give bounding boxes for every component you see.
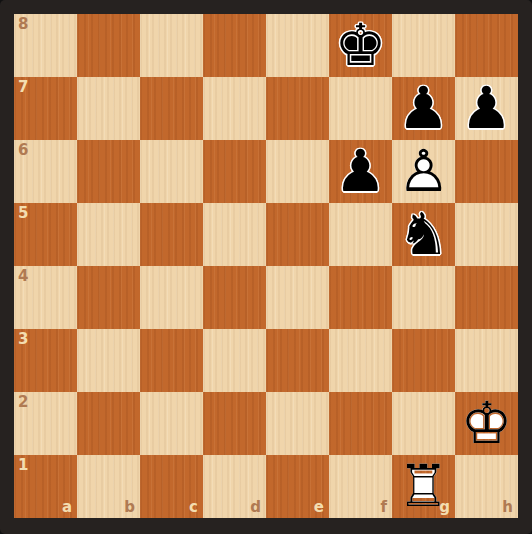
chess-board-screenshot: 8♚7♟♟6♟♟♙5♞432♚♔1abcdefg♜♖h [0,0,532,534]
square-e5[interactable] [266,203,329,266]
white-pawn-glyph: ♙ [392,140,455,203]
square-h6[interactable] [455,140,518,203]
black-pawn-glyph: ♟ [392,77,455,140]
black-pawn[interactable]: ♟ [392,77,455,140]
square-d8[interactable] [203,14,266,77]
black-pawn-glyph: ♟ [455,77,518,140]
square-c7[interactable] [140,77,203,140]
square-g1[interactable]: g♜♖ [392,455,455,518]
square-a5[interactable]: 5 [14,203,77,266]
square-b3[interactable] [77,329,140,392]
square-b6[interactable] [77,140,140,203]
square-c3[interactable] [140,329,203,392]
square-g7[interactable]: ♟ [392,77,455,140]
square-g4[interactable] [392,266,455,329]
square-a8[interactable]: 8 [14,14,77,77]
square-e4[interactable] [266,266,329,329]
square-d7[interactable] [203,77,266,140]
black-pawn[interactable]: ♟ [329,140,392,203]
square-d6[interactable] [203,140,266,203]
square-d2[interactable] [203,392,266,455]
white-pawn[interactable]: ♟♙ [392,140,455,203]
square-f8[interactable]: ♚ [329,14,392,77]
square-d4[interactable] [203,266,266,329]
square-b1[interactable]: b [77,455,140,518]
white-rook-glyph: ♖ [392,455,455,518]
square-f5[interactable] [329,203,392,266]
square-c2[interactable] [140,392,203,455]
square-f6[interactable]: ♟ [329,140,392,203]
white-rook[interactable]: ♜♖ [392,455,455,518]
square-a2[interactable]: 2 [14,392,77,455]
square-c1[interactable]: c [140,455,203,518]
square-e6[interactable] [266,140,329,203]
square-f3[interactable] [329,329,392,392]
square-b4[interactable] [77,266,140,329]
square-a4[interactable]: 4 [14,266,77,329]
black-pawn[interactable]: ♟ [455,77,518,140]
rank-label-3: 3 [18,332,28,347]
square-h8[interactable] [455,14,518,77]
square-g8[interactable] [392,14,455,77]
square-b2[interactable] [77,392,140,455]
black-knight[interactable]: ♞ [392,203,455,266]
rank-label-7: 7 [18,80,28,95]
square-h2[interactable]: ♚♔ [455,392,518,455]
black-knight-glyph: ♞ [392,203,455,266]
square-d3[interactable] [203,329,266,392]
square-f4[interactable] [329,266,392,329]
square-b8[interactable] [77,14,140,77]
board-frame: 8♚7♟♟6♟♟♙5♞432♚♔1abcdefg♜♖h [0,0,532,534]
square-f1[interactable]: f [329,455,392,518]
square-d1[interactable]: d [203,455,266,518]
rank-label-2: 2 [18,395,28,410]
square-h4[interactable] [455,266,518,329]
rank-label-6: 6 [18,143,28,158]
square-a3[interactable]: 3 [14,329,77,392]
square-e2[interactable] [266,392,329,455]
square-h7[interactable]: ♟ [455,77,518,140]
square-d5[interactable] [203,203,266,266]
square-h3[interactable] [455,329,518,392]
file-label-a: a [62,500,72,515]
square-c6[interactable] [140,140,203,203]
square-f2[interactable] [329,392,392,455]
square-e8[interactable] [266,14,329,77]
square-a6[interactable]: 6 [14,140,77,203]
black-king-glyph: ♚ [329,14,392,77]
square-c5[interactable] [140,203,203,266]
square-g6[interactable]: ♟♙ [392,140,455,203]
square-a7[interactable]: 7 [14,77,77,140]
white-king[interactable]: ♚♔ [455,392,518,455]
black-king[interactable]: ♚ [329,14,392,77]
file-label-c: c [189,500,198,515]
file-label-d: d [250,500,261,515]
square-h5[interactable] [455,203,518,266]
file-label-e: e [314,500,324,515]
square-e3[interactable] [266,329,329,392]
rank-label-4: 4 [18,269,28,284]
rank-label-1: 1 [18,458,28,473]
chess-board: 8♚7♟♟6♟♟♙5♞432♚♔1abcdefg♜♖h [14,14,518,518]
square-b5[interactable] [77,203,140,266]
rank-label-5: 5 [18,206,28,221]
square-g2[interactable] [392,392,455,455]
square-e1[interactable]: e [266,455,329,518]
rank-label-8: 8 [18,17,28,32]
square-e7[interactable] [266,77,329,140]
file-label-h: h [502,500,513,515]
square-a1[interactable]: 1a [14,455,77,518]
square-c4[interactable] [140,266,203,329]
square-h1[interactable]: h [455,455,518,518]
square-c8[interactable] [140,14,203,77]
square-f7[interactable] [329,77,392,140]
square-g5[interactable]: ♞ [392,203,455,266]
file-label-b: b [124,500,135,515]
square-b7[interactable] [77,77,140,140]
white-king-glyph: ♔ [455,392,518,455]
file-label-f: f [380,500,387,515]
square-g3[interactable] [392,329,455,392]
black-pawn-glyph: ♟ [329,140,392,203]
